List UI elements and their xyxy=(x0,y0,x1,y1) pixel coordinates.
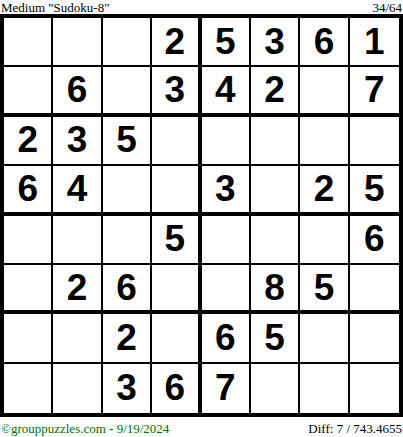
cell-r8c8[interactable] xyxy=(350,364,399,413)
cell-r7c5: 6 xyxy=(202,314,251,363)
puzzle-title: Medium "Sudoku-8" xyxy=(1,1,109,14)
cell-r1c1[interactable] xyxy=(4,18,53,67)
cell-r8c7[interactable] xyxy=(300,364,349,413)
cell-r5c7[interactable] xyxy=(300,216,349,265)
cell-r3c4[interactable] xyxy=(152,117,201,166)
puzzle-number: 34/64 xyxy=(372,1,402,14)
cell-r7c8[interactable] xyxy=(350,314,399,363)
cell-r8c5: 7 xyxy=(202,364,251,413)
cell-r5c1[interactable] xyxy=(4,216,53,265)
cell-r1c3[interactable] xyxy=(103,18,152,67)
cell-r5c2[interactable] xyxy=(53,216,102,265)
cell-r2c5: 4 xyxy=(202,67,251,116)
cell-r5c8: 6 xyxy=(350,216,399,265)
cell-r4c7: 2 xyxy=(300,166,349,215)
header: Medium "Sudoku-8" 34/64 xyxy=(0,0,403,14)
cell-r8c4: 6 xyxy=(152,364,201,413)
cell-r7c3: 2 xyxy=(103,314,152,363)
cell-r4c6[interactable] xyxy=(251,166,300,215)
cell-r4c8: 5 xyxy=(350,166,399,215)
cell-r6c6: 8 xyxy=(251,265,300,314)
cell-r8c6[interactable] xyxy=(251,364,300,413)
cell-r2c1[interactable] xyxy=(4,67,53,116)
cell-r1c4: 2 xyxy=(152,18,201,67)
cell-r6c2: 2 xyxy=(53,265,102,314)
cell-r4c3[interactable] xyxy=(103,166,152,215)
puzzle-page: Medium "Sudoku-8" 34/64 2536163427235643… xyxy=(0,0,403,437)
cell-r6c3: 6 xyxy=(103,265,152,314)
cell-r1c8: 1 xyxy=(350,18,399,67)
cell-r5c3[interactable] xyxy=(103,216,152,265)
cell-r1c6: 3 xyxy=(251,18,300,67)
cell-r3c5[interactable] xyxy=(202,117,251,166)
cell-r4c2: 4 xyxy=(53,166,102,215)
cell-r7c1[interactable] xyxy=(4,314,53,363)
cell-r5c6[interactable] xyxy=(251,216,300,265)
cell-r2c3[interactable] xyxy=(103,67,152,116)
cell-r1c7: 6 xyxy=(300,18,349,67)
cell-r1c5: 5 xyxy=(202,18,251,67)
footer: ©grouppuzzles.com - 9/19/2024 Diff: 7 / … xyxy=(0,417,403,437)
cell-r6c1[interactable] xyxy=(4,265,53,314)
cell-r7c4[interactable] xyxy=(152,314,201,363)
cell-r1c2[interactable] xyxy=(53,18,102,67)
cell-r3c2: 3 xyxy=(53,117,102,166)
cell-r2c7[interactable] xyxy=(300,67,349,116)
cell-r2c2: 6 xyxy=(53,67,102,116)
cell-r8c3: 3 xyxy=(103,364,152,413)
cell-r4c1: 6 xyxy=(4,166,53,215)
cell-r2c6: 2 xyxy=(251,67,300,116)
cell-r4c4[interactable] xyxy=(152,166,201,215)
difficulty-text: Diff: 7 / 743.4655 xyxy=(308,421,402,437)
cell-r7c6: 5 xyxy=(251,314,300,363)
cell-r5c4: 5 xyxy=(152,216,201,265)
cell-r7c7[interactable] xyxy=(300,314,349,363)
cell-r5c5[interactable] xyxy=(202,216,251,265)
cell-r6c8[interactable] xyxy=(350,265,399,314)
cell-r3c7[interactable] xyxy=(300,117,349,166)
cell-r7c2[interactable] xyxy=(53,314,102,363)
copyright-text: ©grouppuzzles.com - 9/19/2024 xyxy=(1,421,169,437)
sudoku-board: 253616342723564325562685265367 xyxy=(0,14,403,417)
cell-r3c6[interactable] xyxy=(251,117,300,166)
cell-r6c4[interactable] xyxy=(152,265,201,314)
cell-r8c2[interactable] xyxy=(53,364,102,413)
cell-r3c1: 2 xyxy=(4,117,53,166)
cell-r3c8[interactable] xyxy=(350,117,399,166)
cell-r6c5[interactable] xyxy=(202,265,251,314)
cell-r3c3: 5 xyxy=(103,117,152,166)
cell-r2c4: 3 xyxy=(152,67,201,116)
cell-r2c8: 7 xyxy=(350,67,399,116)
cell-r8c1[interactable] xyxy=(4,364,53,413)
cell-r4c5: 3 xyxy=(202,166,251,215)
cell-r6c7: 5 xyxy=(300,265,349,314)
